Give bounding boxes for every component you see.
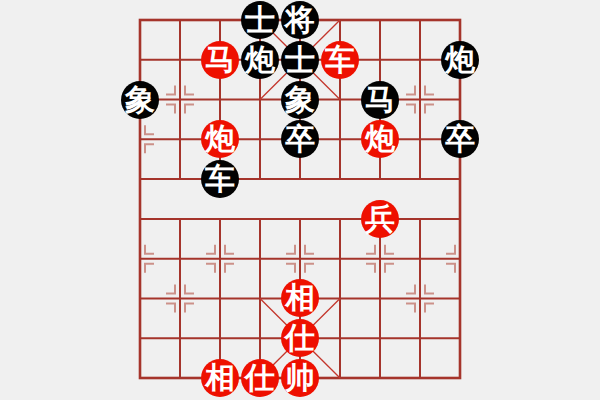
piece-red-advisor-e9[interactable]: 仕: [281, 319, 319, 357]
piece-black-elephant-e3[interactable]: 象: [281, 81, 319, 119]
piece-black-elephant-a3[interactable]: 象: [121, 81, 159, 119]
piece-red-cannon-g4[interactable]: 炮: [361, 120, 399, 158]
piece-black-cannon-i2[interactable]: 炮: [441, 41, 479, 79]
pieces-layer: 士将马炮士车炮象象马炮卒炮卒车兵相仕相仕帅: [0, 0, 600, 400]
piece-black-chariot-c5[interactable]: 车: [201, 160, 239, 198]
piece-red-elephant-e8[interactable]: 相: [281, 279, 319, 317]
piece-red-advisor-d10[interactable]: 仕: [241, 359, 279, 397]
piece-black-advisor-d1[interactable]: 士: [241, 1, 279, 39]
piece-red-soldier-g6[interactable]: 兵: [361, 200, 399, 238]
piece-black-soldier-i4[interactable]: 卒: [441, 120, 479, 158]
piece-red-elephant-c10[interactable]: 相: [201, 359, 239, 397]
piece-red-cannon-c4[interactable]: 炮: [201, 120, 239, 158]
piece-black-king-e1[interactable]: 将: [281, 1, 319, 39]
xiangqi-board: 士将马炮士车炮象象马炮卒炮卒车兵相仕相仕帅: [0, 0, 600, 400]
piece-red-chariot-f2[interactable]: 车: [321, 41, 359, 79]
piece-black-soldier-e4[interactable]: 卒: [281, 120, 319, 158]
piece-red-king-e10[interactable]: 帅: [281, 359, 319, 397]
piece-black-cannon-d2[interactable]: 炮: [241, 41, 279, 79]
piece-black-horse-g3[interactable]: 马: [361, 81, 399, 119]
piece-red-horse-c2[interactable]: 马: [201, 41, 239, 79]
piece-black-advisor-e2[interactable]: 士: [281, 41, 319, 79]
